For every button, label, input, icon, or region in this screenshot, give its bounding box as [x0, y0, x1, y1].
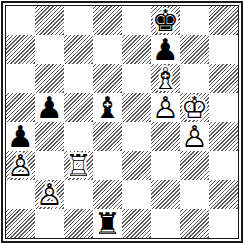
piece-black-rook: ♜	[94, 209, 121, 239]
piece-white-bishop: ♗	[152, 64, 179, 94]
square-g2[interactable]	[180, 180, 209, 209]
square-g5[interactable]: ♔	[180, 93, 209, 122]
piece-white-pawn: ♙	[36, 180, 63, 210]
square-a8[interactable]	[6, 6, 35, 35]
piece-white-pawn: ♙	[181, 122, 208, 152]
square-a6[interactable]	[6, 64, 35, 93]
square-d2[interactable]	[93, 180, 122, 209]
square-a5[interactable]	[6, 93, 35, 122]
piece-white-king: ♔	[181, 93, 208, 123]
square-e7[interactable]	[122, 35, 151, 64]
square-c2[interactable]	[64, 180, 93, 209]
square-h7[interactable]	[209, 35, 238, 64]
square-h4[interactable]	[209, 122, 238, 151]
square-c3[interactable]: ♖	[64, 151, 93, 180]
square-d3[interactable]	[93, 151, 122, 180]
square-g4[interactable]: ♙	[180, 122, 209, 151]
square-g6[interactable]	[180, 64, 209, 93]
square-f7[interactable]: ♟	[151, 35, 180, 64]
piece-white-pawn: ♙	[152, 93, 179, 123]
piece-black-pawn: ♟	[36, 93, 63, 123]
square-a7[interactable]	[6, 35, 35, 64]
square-b2[interactable]: ♙	[35, 180, 64, 209]
square-g8[interactable]	[180, 6, 209, 35]
square-f1[interactable]	[151, 209, 180, 238]
square-e4[interactable]	[122, 122, 151, 151]
square-h3[interactable]	[209, 151, 238, 180]
square-f2[interactable]	[151, 180, 180, 209]
square-h1[interactable]	[209, 209, 238, 238]
square-g7[interactable]	[180, 35, 209, 64]
piece-black-pawn: ♟	[7, 122, 34, 152]
square-f3[interactable]	[151, 151, 180, 180]
square-d1[interactable]: ♜	[93, 209, 122, 238]
square-c6[interactable]	[64, 64, 93, 93]
square-c7[interactable]	[64, 35, 93, 64]
piece-black-bishop: ♝	[94, 93, 121, 123]
square-h5[interactable]	[209, 93, 238, 122]
square-b6[interactable]	[35, 64, 64, 93]
square-c4[interactable]	[64, 122, 93, 151]
square-b8[interactable]	[35, 6, 64, 35]
chess-board: ♚♟♗♟♝♙♔♟♙♙♖♙♜	[5, 5, 239, 239]
piece-white-pawn: ♙	[7, 151, 34, 181]
square-e3[interactable]	[122, 151, 151, 180]
square-g3[interactable]	[180, 151, 209, 180]
square-c8[interactable]	[64, 6, 93, 35]
square-b7[interactable]	[35, 35, 64, 64]
square-e6[interactable]	[122, 64, 151, 93]
square-f6[interactable]: ♗	[151, 64, 180, 93]
square-f5[interactable]: ♙	[151, 93, 180, 122]
piece-black-pawn: ♟	[152, 35, 179, 65]
board-frame: ♚♟♗♟♝♙♔♟♙♙♖♙♜	[1, 1, 243, 243]
square-b4[interactable]	[35, 122, 64, 151]
square-b5[interactable]: ♟	[35, 93, 64, 122]
square-a4[interactable]: ♟	[6, 122, 35, 151]
square-g1[interactable]	[180, 209, 209, 238]
square-e8[interactable]	[122, 6, 151, 35]
square-c5[interactable]	[64, 93, 93, 122]
square-d8[interactable]	[93, 6, 122, 35]
square-h8[interactable]	[209, 6, 238, 35]
square-b3[interactable]	[35, 151, 64, 180]
square-d4[interactable]	[93, 122, 122, 151]
square-e2[interactable]	[122, 180, 151, 209]
square-b1[interactable]	[35, 209, 64, 238]
square-h6[interactable]	[209, 64, 238, 93]
square-c1[interactable]	[64, 209, 93, 238]
piece-white-rook: ♖	[65, 151, 92, 181]
square-d7[interactable]	[93, 35, 122, 64]
square-a1[interactable]	[6, 209, 35, 238]
square-d6[interactable]	[93, 64, 122, 93]
square-a3[interactable]: ♙	[6, 151, 35, 180]
square-f8[interactable]: ♚	[151, 6, 180, 35]
piece-black-king: ♚	[152, 6, 179, 36]
square-d5[interactable]: ♝	[93, 93, 122, 122]
square-e5[interactable]	[122, 93, 151, 122]
square-e1[interactable]	[122, 209, 151, 238]
square-f4[interactable]	[151, 122, 180, 151]
square-a2[interactable]	[6, 180, 35, 209]
square-h2[interactable]	[209, 180, 238, 209]
